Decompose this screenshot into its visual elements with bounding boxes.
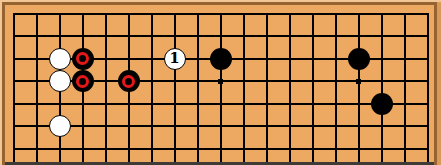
frame-highlight-top — [0, 0, 441, 2]
frame-shadow-right — [437, 2, 441, 165]
go-board-diagram: 1 — [0, 0, 441, 165]
board-frame — [2, 2, 437, 165]
frame-highlight-left — [0, 0, 2, 165]
